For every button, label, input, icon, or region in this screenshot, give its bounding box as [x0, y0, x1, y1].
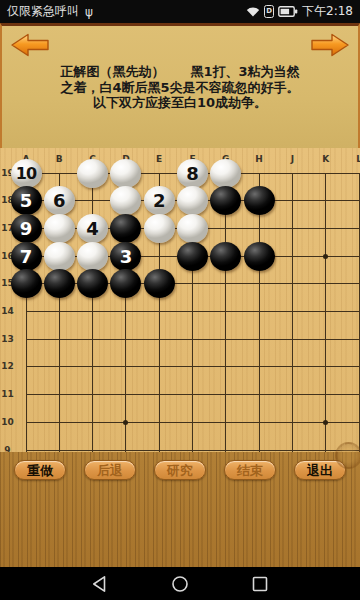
- stone-white: [144, 214, 175, 243]
- grid-line-horizontal: [26, 311, 360, 312]
- stone-black: 3: [110, 242, 141, 271]
- stone-white: 6: [44, 186, 75, 215]
- go-board[interactable]: ABCDEFGHJKL19181716151413121110910856294…: [0, 148, 360, 452]
- stone-black: [177, 242, 208, 271]
- grid-line-horizontal: [26, 394, 360, 395]
- commentary-line-1: 正解图（黑先劫） 黑1打、3粘为当然: [2, 64, 358, 80]
- grid-line-horizontal: [26, 366, 360, 367]
- stone-black: 9: [11, 214, 42, 243]
- stone-white: [210, 159, 241, 188]
- stone-white: [177, 214, 208, 243]
- col-label: L: [351, 154, 360, 165]
- stone-black: [244, 242, 275, 271]
- stone-black: [77, 269, 108, 298]
- stone-white: [177, 186, 208, 215]
- stone-white: [77, 159, 108, 188]
- nav-recents-button[interactable]: [251, 575, 269, 593]
- stone-black: [11, 269, 42, 298]
- carrier-text: 仅限紧急呼叫: [7, 3, 79, 20]
- commentary-text: 正解图（黑先劫） 黑1打、3粘为当然 之着，白4断后黑5尖是不容疏忽的好手。 以…: [2, 64, 358, 111]
- col-label: H: [251, 154, 267, 165]
- col-label: K: [318, 154, 334, 165]
- star-point: [323, 254, 328, 259]
- diagram-nav-row: [2, 26, 358, 58]
- row-label: 9: [0, 445, 15, 453]
- stone-black: 5: [11, 186, 42, 215]
- table-area: 重做后退研究结束退出: [0, 452, 360, 567]
- next-arrow-button[interactable]: [310, 32, 350, 58]
- study-button[interactable]: 研究: [154, 460, 206, 480]
- stone-black: [110, 214, 141, 243]
- status-bar: 仅限紧急呼叫 ψ D 下午2:18: [0, 0, 360, 23]
- control-button-bar: 重做后退研究结束退出: [0, 452, 360, 480]
- stone-black: [44, 269, 75, 298]
- row-label: 10: [0, 417, 15, 428]
- stone-white: 10: [11, 159, 42, 188]
- grid-line-vertical: [325, 173, 326, 452]
- battery-charging-icon: [278, 6, 298, 17]
- stone-white: [110, 186, 141, 215]
- grid-line-vertical: [292, 173, 293, 452]
- commentary-panel: 正解图（黑先劫） 黑1打、3粘为当然 之着，白4断后黑5尖是不容疏忽的好手。 以…: [0, 23, 360, 148]
- row-label: 14: [0, 306, 15, 317]
- stone-white: [44, 214, 75, 243]
- stone-white: 2: [144, 186, 175, 215]
- undo-button[interactable]: 后退: [84, 460, 136, 480]
- grid-line-horizontal: [26, 339, 360, 340]
- stone-black: [144, 269, 175, 298]
- redo-button[interactable]: 重做: [14, 460, 66, 480]
- grid-line-vertical: [359, 173, 360, 452]
- android-nav-bar: [0, 567, 360, 600]
- stone-white: [110, 159, 141, 188]
- prev-arrow-button[interactable]: [10, 32, 50, 58]
- star-point: [323, 420, 328, 425]
- stone-white: 8: [177, 159, 208, 188]
- grid-line-horizontal: [26, 283, 360, 284]
- stone-white: [44, 242, 75, 271]
- battery-d-icon: D: [264, 5, 274, 18]
- clock-text: 下午2:18: [302, 3, 353, 20]
- usb-icon: ψ: [85, 5, 93, 19]
- row-label: 13: [0, 334, 15, 345]
- end-button[interactable]: 结束: [224, 460, 276, 480]
- nav-home-button[interactable]: [171, 575, 189, 593]
- row-label: 11: [0, 389, 15, 400]
- stone-black: [210, 186, 241, 215]
- grid-line-horizontal: [26, 450, 360, 451]
- stone-black: [244, 186, 275, 215]
- phone-screen: 仅限紧急呼叫 ψ D 下午2:18: [0, 0, 360, 600]
- col-label: B: [51, 154, 67, 165]
- row-label: 12: [0, 361, 15, 372]
- stone-white: [77, 242, 108, 271]
- commentary-line-2: 之着，白4断后黑5尖是不容疏忽的好手。: [2, 80, 358, 96]
- wood-seal-decoration: [335, 442, 360, 469]
- col-label: J: [284, 154, 300, 165]
- star-point: [123, 420, 128, 425]
- wifi-icon: [246, 6, 260, 17]
- nav-back-button[interactable]: [91, 575, 109, 593]
- commentary-line-3: 以下双方应接至白10成劫争。: [2, 95, 358, 111]
- stone-white: 4: [77, 214, 108, 243]
- stone-black: [110, 269, 141, 298]
- stone-black: 7: [11, 242, 42, 271]
- stone-black: [210, 242, 241, 271]
- grid-line-horizontal: [26, 422, 360, 423]
- col-label: E: [151, 154, 167, 165]
